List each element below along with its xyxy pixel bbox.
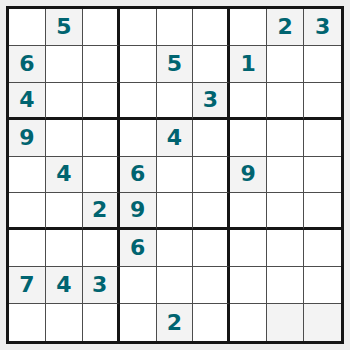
given-digit: 2 (278, 16, 293, 38)
cell-r6c5[interactable] (157, 193, 194, 230)
cell-r7c3[interactable] (83, 230, 120, 267)
cell-r8c3: 3 (83, 267, 120, 304)
cell-r3c6: 3 (193, 83, 230, 120)
cell-r5c5[interactable] (157, 157, 194, 194)
given-digit: 2 (167, 312, 182, 334)
cell-r8c2: 4 (46, 267, 83, 304)
cell-r5c3[interactable] (83, 157, 120, 194)
cell-r6c4: 9 (120, 193, 157, 230)
cell-r2c8[interactable] (267, 46, 304, 83)
given-digit: 1 (241, 53, 256, 75)
cell-r3c5[interactable] (157, 83, 194, 120)
cell-r6c1[interactable] (9, 193, 46, 230)
given-digit: 2 (92, 199, 107, 221)
cell-r7c9[interactable] (304, 230, 341, 267)
given-digit: 3 (315, 16, 330, 38)
sudoku-board: 52365143944692967432 (6, 6, 344, 344)
cell-r5c6[interactable] (193, 157, 230, 194)
cell-r1c3[interactable] (83, 9, 120, 46)
cell-r6c6[interactable] (193, 193, 230, 230)
given-digit: 6 (130, 163, 145, 185)
cell-r7c1[interactable] (9, 230, 46, 267)
cell-r2c2[interactable] (46, 46, 83, 83)
cell-r5c8[interactable] (267, 157, 304, 194)
cell-r9c4[interactable] (120, 304, 157, 341)
cell-r8c9[interactable] (304, 267, 341, 304)
given-digit: 9 (241, 163, 256, 185)
cell-r2c5: 5 (157, 46, 194, 83)
cell-r4c7[interactable] (230, 120, 267, 157)
given-digit: 9 (130, 199, 145, 221)
given-digit: 6 (130, 237, 145, 259)
cell-r6c9[interactable] (304, 193, 341, 230)
cell-r4c2[interactable] (46, 120, 83, 157)
cell-r6c8[interactable] (267, 193, 304, 230)
cell-r6c3: 2 (83, 193, 120, 230)
cell-r3c2[interactable] (46, 83, 83, 120)
given-digit: 4 (19, 89, 34, 111)
cell-r1c4[interactable] (120, 9, 157, 46)
given-digit: 4 (56, 274, 71, 296)
cell-r4c3[interactable] (83, 120, 120, 157)
cell-r5c2: 4 (46, 157, 83, 194)
cell-r9c7[interactable] (230, 304, 267, 341)
cell-r8c5[interactable] (157, 267, 194, 304)
cell-r3c4[interactable] (120, 83, 157, 120)
given-digit: 4 (167, 127, 182, 149)
cell-r2c6[interactable] (193, 46, 230, 83)
cell-r2c7: 1 (230, 46, 267, 83)
cell-r8c4[interactable] (120, 267, 157, 304)
cell-r6c2[interactable] (46, 193, 83, 230)
cell-r9c5: 2 (157, 304, 194, 341)
given-digit: 4 (56, 163, 71, 185)
cell-r7c6[interactable] (193, 230, 230, 267)
cell-r4c9[interactable] (304, 120, 341, 157)
cell-r2c3[interactable] (83, 46, 120, 83)
cell-r3c1: 4 (9, 83, 46, 120)
given-digit: 3 (203, 89, 218, 111)
cell-r3c8[interactable] (267, 83, 304, 120)
cell-r9c2[interactable] (46, 304, 83, 341)
cell-r5c9[interactable] (304, 157, 341, 194)
cell-r7c2[interactable] (46, 230, 83, 267)
cell-r7c5[interactable] (157, 230, 194, 267)
cell-r8c6[interactable] (193, 267, 230, 304)
cell-r5c7: 9 (230, 157, 267, 194)
given-digit: 7 (19, 274, 34, 296)
cell-r4c5: 4 (157, 120, 194, 157)
cell-r2c4[interactable] (120, 46, 157, 83)
cell-r6c7[interactable] (230, 193, 267, 230)
cell-r7c7[interactable] (230, 230, 267, 267)
cell-r4c8[interactable] (267, 120, 304, 157)
cell-r8c7[interactable] (230, 267, 267, 304)
cell-r3c3[interactable] (83, 83, 120, 120)
cell-r1c6[interactable] (193, 9, 230, 46)
cell-r5c1[interactable] (9, 157, 46, 194)
given-digit: 5 (56, 16, 71, 38)
cell-r9c9 (304, 304, 341, 341)
cell-r1c9: 3 (304, 9, 341, 46)
cell-r9c6[interactable] (193, 304, 230, 341)
cell-r9c3[interactable] (83, 304, 120, 341)
cell-r3c7[interactable] (230, 83, 267, 120)
cell-r4c4[interactable] (120, 120, 157, 157)
given-digit: 5 (167, 53, 182, 75)
cell-r9c8 (267, 304, 304, 341)
cell-r4c1: 9 (9, 120, 46, 157)
cell-r8c1: 7 (9, 267, 46, 304)
cell-r7c4: 6 (120, 230, 157, 267)
cell-r2c1: 6 (9, 46, 46, 83)
given-digit: 6 (19, 53, 34, 75)
cell-r2c9[interactable] (304, 46, 341, 83)
cell-r1c7[interactable] (230, 9, 267, 46)
cell-r7c8[interactable] (267, 230, 304, 267)
cell-r8c8[interactable] (267, 267, 304, 304)
cell-r1c1[interactable] (9, 9, 46, 46)
cell-r1c2: 5 (46, 9, 83, 46)
cell-r1c5[interactable] (157, 9, 194, 46)
cell-r5c4: 6 (120, 157, 157, 194)
cell-r9c1[interactable] (9, 304, 46, 341)
cell-r3c9[interactable] (304, 83, 341, 120)
given-digit: 3 (92, 274, 107, 296)
cell-r1c8: 2 (267, 9, 304, 46)
cell-r4c6[interactable] (193, 120, 230, 157)
given-digit: 9 (19, 127, 34, 149)
